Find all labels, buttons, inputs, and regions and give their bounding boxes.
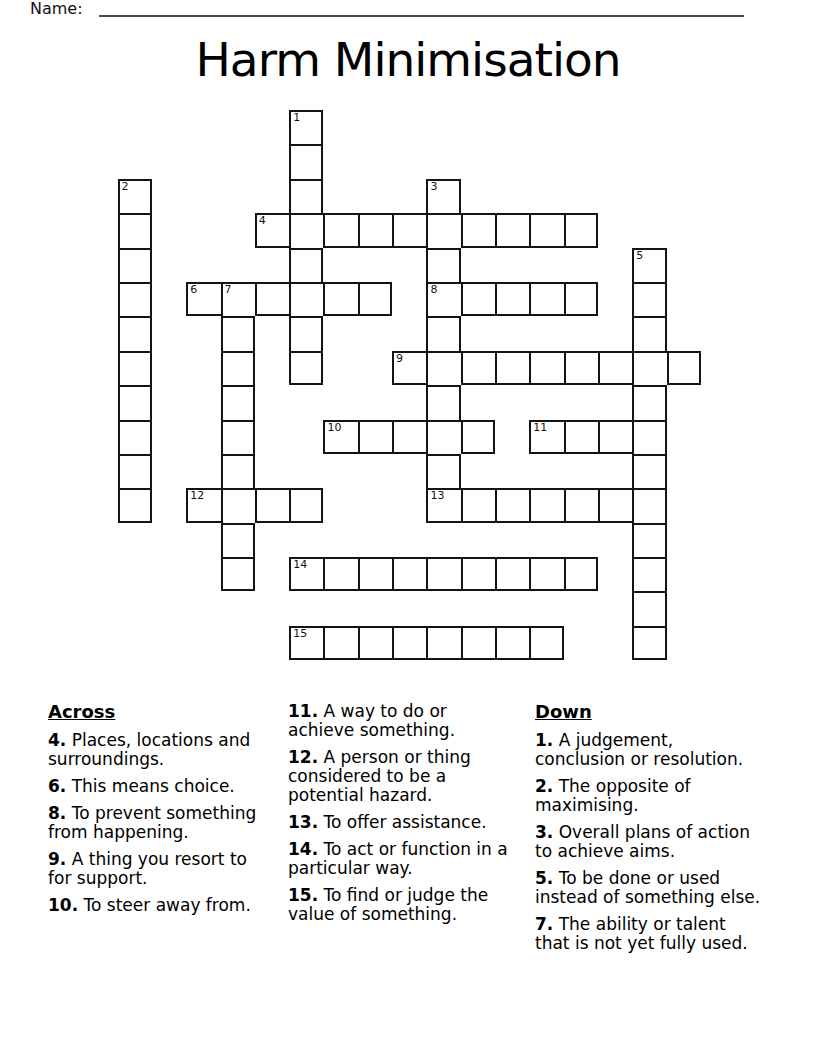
grid-cell[interactable] xyxy=(358,282,392,316)
grid-cell[interactable] xyxy=(118,213,152,247)
clue-item-text: To steer away from. xyxy=(84,895,251,915)
clue-number: 6 xyxy=(190,284,197,296)
clue-item: 8. To prevent something from happening. xyxy=(48,804,260,842)
clue-item: 3. Overall plans of action to achieve ai… xyxy=(535,823,761,861)
grid-cell[interactable] xyxy=(632,316,666,350)
grid-cell[interactable] xyxy=(495,351,529,385)
clue-item-number: 8. xyxy=(48,803,66,823)
clue-item-text: Places, locations and surroundings. xyxy=(48,730,250,769)
clue-item-number: 2. xyxy=(535,776,553,796)
clue-item-text: To be done or used instead of something … xyxy=(535,868,760,907)
clue-item-text: The ability or talent that is not yet fu… xyxy=(535,914,748,953)
name-fill-line[interactable] xyxy=(99,1,744,17)
clue-number: 13 xyxy=(430,490,444,502)
clue-number: 8 xyxy=(430,284,437,296)
grid-cell[interactable] xyxy=(221,557,255,591)
clue-item-number: 12. xyxy=(288,747,318,767)
puzzle-title: Harm Minimisation xyxy=(0,34,816,86)
clue-number: 9 xyxy=(396,353,403,365)
clue-item-text: A thing you resort to for support. xyxy=(48,849,247,888)
grid-cell[interactable] xyxy=(118,420,152,454)
clue-item-text: To act or function in a particular way. xyxy=(288,839,508,878)
grid-cell[interactable] xyxy=(289,282,323,316)
grid-cell[interactable] xyxy=(118,385,152,419)
grid-cell[interactable] xyxy=(495,488,529,522)
grid-cell[interactable] xyxy=(529,351,563,385)
grid-cell[interactable] xyxy=(358,626,392,660)
grid-cell[interactable] xyxy=(392,420,426,454)
clue-item: 4. Places, locations and surroundings. xyxy=(48,731,260,769)
grid-cell[interactable] xyxy=(529,488,563,522)
grid-cell[interactable] xyxy=(461,557,495,591)
grid-cell[interactable] xyxy=(289,316,323,350)
grid-cell[interactable]: 8 xyxy=(426,282,460,316)
clue-item: 15. To find or judge the value of someth… xyxy=(288,886,510,924)
grid-cell[interactable] xyxy=(461,626,495,660)
grid-cell[interactable] xyxy=(632,626,666,660)
grid-cell[interactable] xyxy=(529,626,563,660)
grid-cell[interactable] xyxy=(426,248,460,282)
crossword-grid: 123456789101112131415 xyxy=(118,110,701,660)
clue-item: 11. A way to do or achieve something. xyxy=(288,702,510,740)
grid-cell[interactable]: 3 xyxy=(426,179,460,213)
grid-cell[interactable] xyxy=(289,488,323,522)
grid-cell[interactable] xyxy=(461,282,495,316)
grid-cell[interactable] xyxy=(392,626,426,660)
clue-item: 2. The opposite of maximising. xyxy=(535,777,761,815)
down-heading: Down xyxy=(535,702,761,722)
grid-cell[interactable] xyxy=(323,213,357,247)
grid-cell[interactable] xyxy=(221,454,255,488)
clue-item-number: 6. xyxy=(48,776,66,796)
clue-item-number: 11. xyxy=(288,701,318,721)
clue-number: 2 xyxy=(122,181,129,193)
grid-cell[interactable] xyxy=(632,557,666,591)
grid-cell[interactable] xyxy=(632,488,666,522)
grid-cell[interactable] xyxy=(221,351,255,385)
clue-number: 7 xyxy=(225,284,232,296)
grid-cell[interactable] xyxy=(564,282,598,316)
grid-cell[interactable] xyxy=(529,282,563,316)
clue-item: 13. To offer assistance. xyxy=(288,813,510,832)
across-clue-column: Across4. Places, locations and surroundi… xyxy=(48,702,260,923)
clue-item: 14. To act or function in a particular w… xyxy=(288,840,510,878)
grid-cell[interactable] xyxy=(529,213,563,247)
grid-cell[interactable] xyxy=(118,282,152,316)
grid-cell[interactable]: 6 xyxy=(186,282,220,316)
grid-cell[interactable]: 15 xyxy=(289,626,323,660)
worksheet-page: { "game": "crossword", "title": "Harm Mi… xyxy=(0,0,816,1056)
grid-cell[interactable] xyxy=(495,626,529,660)
grid-cell[interactable]: 1 xyxy=(289,110,323,144)
grid-cell[interactable]: 5 xyxy=(632,248,666,282)
grid-cell[interactable] xyxy=(632,454,666,488)
clue-number: 3 xyxy=(430,181,437,193)
grid-cell[interactable] xyxy=(426,316,460,350)
grid-cell[interactable] xyxy=(118,316,152,350)
down-clue-column: Down1. A judgement, conclusion or resolu… xyxy=(535,702,761,961)
grid-cell[interactable] xyxy=(255,282,289,316)
grid-cell[interactable] xyxy=(564,420,598,454)
grid-cell[interactable]: 9 xyxy=(392,351,426,385)
grid-cell[interactable]: 12 xyxy=(186,488,220,522)
grid-cell[interactable] xyxy=(461,213,495,247)
grid-cell[interactable]: 13 xyxy=(426,488,460,522)
grid-cell[interactable] xyxy=(358,420,392,454)
clue-number: 12 xyxy=(190,490,204,502)
clue-item-number: 14. xyxy=(288,839,318,859)
grid-cell[interactable] xyxy=(118,351,152,385)
clue-number: 14 xyxy=(293,559,307,571)
clue-item-number: 1. xyxy=(535,730,553,750)
clue-item-text: A judgement, conclusion or resolution. xyxy=(535,730,743,769)
clue-item-number: 10. xyxy=(48,895,78,915)
clue-number: 5 xyxy=(636,250,643,262)
clue-item: 5. To be done or used instead of somethi… xyxy=(535,869,761,907)
clue-item-text: To prevent something from happening. xyxy=(48,803,256,842)
clue-item-text: To offer assistance. xyxy=(324,812,487,832)
grid-cell[interactable] xyxy=(598,488,632,522)
middle-clue-column: 11. A way to do or achieve something.12.… xyxy=(288,702,510,932)
grid-cell[interactable] xyxy=(632,420,666,454)
grid-cell[interactable] xyxy=(426,351,460,385)
grid-cell[interactable] xyxy=(564,488,598,522)
grid-cell[interactable]: 11 xyxy=(529,420,563,454)
grid-cell[interactable] xyxy=(289,351,323,385)
grid-cell[interactable] xyxy=(495,282,529,316)
grid-cell[interactable] xyxy=(118,248,152,282)
clue-item: 6. This means choice. xyxy=(48,777,260,796)
grid-cell[interactable] xyxy=(358,213,392,247)
clue-number: 15 xyxy=(293,628,307,640)
grid-cell[interactable] xyxy=(426,626,460,660)
grid-cell[interactable]: 2 xyxy=(118,179,152,213)
grid-cell[interactable] xyxy=(289,179,323,213)
across-heading: Across xyxy=(48,702,260,722)
clue-item-number: 15. xyxy=(288,885,318,905)
clue-number: 11 xyxy=(533,422,547,434)
grid-cell[interactable]: 14 xyxy=(289,557,323,591)
clue-item-number: 13. xyxy=(288,812,318,832)
grid-cell[interactable] xyxy=(529,557,563,591)
grid-cell[interactable] xyxy=(564,213,598,247)
grid-cell[interactable] xyxy=(632,282,666,316)
grid-cell[interactable]: 10 xyxy=(323,420,357,454)
grid-cell[interactable] xyxy=(392,213,426,247)
clue-item: 9. A thing you resort to for support. xyxy=(48,850,260,888)
grid-cell[interactable] xyxy=(632,385,666,419)
grid-cell[interactable] xyxy=(426,385,460,419)
clue-item: 7. The ability or talent that is not yet… xyxy=(535,915,761,953)
clue-item-number: 9. xyxy=(48,849,66,869)
grid-cell[interactable] xyxy=(221,385,255,419)
grid-cell[interactable] xyxy=(667,351,701,385)
grid-cell[interactable] xyxy=(564,557,598,591)
grid-cell[interactable] xyxy=(221,420,255,454)
clue-item-number: 5. xyxy=(535,868,553,888)
clue-item-text: Overall plans of action to achieve aims. xyxy=(535,822,750,861)
grid-cell[interactable] xyxy=(461,420,495,454)
grid-cell[interactable] xyxy=(426,420,460,454)
grid-cell[interactable] xyxy=(221,523,255,557)
grid-cell[interactable]: 7 xyxy=(221,282,255,316)
grid-cell[interactable] xyxy=(255,488,289,522)
clue-item-text: To find or judge the value of something. xyxy=(288,885,488,924)
grid-cell[interactable] xyxy=(358,557,392,591)
grid-cell[interactable] xyxy=(495,557,529,591)
name-label: Name: xyxy=(30,0,83,18)
grid-cell[interactable] xyxy=(289,213,323,247)
clue-item-text: This means choice. xyxy=(72,776,235,796)
grid-cell[interactable] xyxy=(598,351,632,385)
clue-item: 10. To steer away from. xyxy=(48,896,260,915)
grid-cell[interactable]: 4 xyxy=(255,213,289,247)
grid-cell[interactable] xyxy=(632,523,666,557)
grid-cell[interactable] xyxy=(598,420,632,454)
clue-number: 4 xyxy=(259,215,266,227)
clue-item: 12. A person or thing considered to be a… xyxy=(288,748,510,805)
grid-cell[interactable] xyxy=(632,591,666,625)
clue-item: 1. A judgement, conclusion or resolution… xyxy=(535,731,761,769)
grid-cell[interactable] xyxy=(426,213,460,247)
grid-cell[interactable] xyxy=(632,351,666,385)
grid-cell[interactable] xyxy=(495,213,529,247)
clue-item-number: 4. xyxy=(48,730,66,750)
grid-cell[interactable] xyxy=(323,282,357,316)
grid-cell[interactable] xyxy=(221,488,255,522)
grid-cell[interactable] xyxy=(564,351,598,385)
clue-item-number: 7. xyxy=(535,914,553,934)
clue-number: 1 xyxy=(293,112,300,124)
grid-cell[interactable] xyxy=(118,454,152,488)
grid-cell[interactable] xyxy=(392,557,426,591)
grid-cell[interactable] xyxy=(461,488,495,522)
grid-cell[interactable] xyxy=(221,316,255,350)
grid-cell[interactable] xyxy=(323,557,357,591)
clue-item-text: The opposite of maximising. xyxy=(535,776,691,815)
grid-cell[interactable] xyxy=(118,488,152,522)
grid-cell[interactable] xyxy=(323,626,357,660)
grid-cell[interactable] xyxy=(426,454,460,488)
grid-cell[interactable] xyxy=(289,144,323,178)
grid-cell[interactable] xyxy=(461,351,495,385)
grid-cell[interactable] xyxy=(426,557,460,591)
clue-item-number: 3. xyxy=(535,822,553,842)
grid-cell[interactable] xyxy=(289,248,323,282)
clue-number: 10 xyxy=(327,422,341,434)
